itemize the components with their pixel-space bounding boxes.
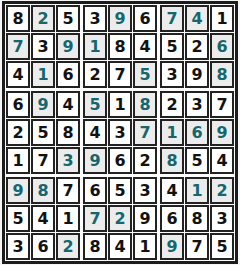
cell-r6c8[interactable]: 5 bbox=[185, 147, 209, 174]
cell-r4c9[interactable]: 7 bbox=[210, 91, 234, 118]
cell-r8c5[interactable]: 2 bbox=[108, 205, 132, 232]
cell-r3c9[interactable]: 8 bbox=[210, 61, 234, 88]
cell-r8c9[interactable]: 3 bbox=[210, 205, 234, 232]
cell-r4c1[interactable]: 6 bbox=[6, 91, 30, 118]
cell-r7c2[interactable]: 8 bbox=[31, 177, 55, 204]
sudoku-box-7: 987541362 bbox=[6, 177, 80, 260]
cell-r9c8[interactable]: 7 bbox=[185, 233, 209, 260]
cell-r4c5[interactable]: 1 bbox=[108, 91, 132, 118]
cell-r6c7[interactable]: 8 bbox=[160, 147, 184, 174]
cell-r7c6[interactable]: 3 bbox=[133, 177, 157, 204]
cell-r1c9[interactable]: 1 bbox=[210, 5, 234, 32]
cell-r9c3[interactable]: 2 bbox=[56, 233, 80, 260]
cell-r6c6[interactable]: 2 bbox=[133, 147, 157, 174]
cell-r2c7[interactable]: 5 bbox=[160, 33, 184, 60]
cell-r1c1[interactable]: 8 bbox=[6, 5, 30, 32]
cell-r1c7[interactable]: 7 bbox=[160, 5, 184, 32]
cell-r5c9[interactable]: 9 bbox=[210, 119, 234, 146]
cell-r2c5[interactable]: 8 bbox=[108, 33, 132, 60]
cell-r6c5[interactable]: 6 bbox=[108, 147, 132, 174]
cell-r4c3[interactable]: 4 bbox=[56, 91, 80, 118]
cell-r5c4[interactable]: 4 bbox=[83, 119, 107, 146]
cell-r4c6[interactable]: 8 bbox=[133, 91, 157, 118]
cell-r1c4[interactable]: 3 bbox=[83, 5, 107, 32]
cell-r3c4[interactable]: 2 bbox=[83, 61, 107, 88]
cell-r6c2[interactable]: 7 bbox=[31, 147, 55, 174]
cell-r4c7[interactable]: 2 bbox=[160, 91, 184, 118]
cell-r1c5[interactable]: 9 bbox=[108, 5, 132, 32]
cell-r7c8[interactable]: 1 bbox=[185, 177, 209, 204]
cell-r9c7[interactable]: 9 bbox=[160, 233, 184, 260]
cell-r8c7[interactable]: 6 bbox=[160, 205, 184, 232]
cell-r5c8[interactable]: 6 bbox=[185, 119, 209, 146]
cell-r1c3[interactable]: 5 bbox=[56, 5, 80, 32]
cell-r7c3[interactable]: 7 bbox=[56, 177, 80, 204]
cell-r5c6[interactable]: 7 bbox=[133, 119, 157, 146]
cell-r8c3[interactable]: 1 bbox=[56, 205, 80, 232]
cell-r1c2[interactable]: 2 bbox=[31, 5, 55, 32]
cell-r3c6[interactable]: 5 bbox=[133, 61, 157, 88]
cell-r7c5[interactable]: 5 bbox=[108, 177, 132, 204]
sudoku-box-6: 237169854 bbox=[160, 91, 234, 174]
cell-r3c8[interactable]: 9 bbox=[185, 61, 209, 88]
cell-r3c1[interactable]: 4 bbox=[6, 61, 30, 88]
cell-r2c8[interactable]: 2 bbox=[185, 33, 209, 60]
cell-r3c5[interactable]: 7 bbox=[108, 61, 132, 88]
cell-r6c1[interactable]: 1 bbox=[6, 147, 30, 174]
cell-r2c6[interactable]: 4 bbox=[133, 33, 157, 60]
cell-r1c8[interactable]: 4 bbox=[185, 5, 209, 32]
cell-r7c7[interactable]: 4 bbox=[160, 177, 184, 204]
cell-r2c3[interactable]: 9 bbox=[56, 33, 80, 60]
sudoku-box-4: 694258173 bbox=[6, 91, 80, 174]
cell-r3c7[interactable]: 3 bbox=[160, 61, 184, 88]
cell-r2c4[interactable]: 1 bbox=[83, 33, 107, 60]
cell-r5c1[interactable]: 2 bbox=[6, 119, 30, 146]
sudoku-box-8: 653729841 bbox=[83, 177, 157, 260]
cell-r3c2[interactable]: 1 bbox=[31, 61, 55, 88]
cell-r9c2[interactable]: 6 bbox=[31, 233, 55, 260]
cell-r5c2[interactable]: 5 bbox=[31, 119, 55, 146]
cell-r4c2[interactable]: 9 bbox=[31, 91, 55, 118]
cell-r2c2[interactable]: 3 bbox=[31, 33, 55, 60]
sudoku-box-1: 825739416 bbox=[6, 5, 80, 88]
cell-r7c9[interactable]: 2 bbox=[210, 177, 234, 204]
cell-r6c3[interactable]: 3 bbox=[56, 147, 80, 174]
cell-r8c2[interactable]: 4 bbox=[31, 205, 55, 232]
cell-r4c8[interactable]: 3 bbox=[185, 91, 209, 118]
sudoku-box-2: 396184275 bbox=[83, 5, 157, 88]
cell-r6c9[interactable]: 4 bbox=[210, 147, 234, 174]
cell-r5c5[interactable]: 3 bbox=[108, 119, 132, 146]
cell-r8c1[interactable]: 5 bbox=[6, 205, 30, 232]
cell-r7c4[interactable]: 6 bbox=[83, 177, 107, 204]
cell-r1c6[interactable]: 6 bbox=[133, 5, 157, 32]
sudoku-board: 8257394163961842757415263986942581735184… bbox=[2, 1, 238, 264]
cell-r3c3[interactable]: 6 bbox=[56, 61, 80, 88]
cell-r4c4[interactable]: 5 bbox=[83, 91, 107, 118]
sudoku-box-3: 741526398 bbox=[160, 5, 234, 88]
cell-r7c1[interactable]: 9 bbox=[6, 177, 30, 204]
cell-r8c4[interactable]: 7 bbox=[83, 205, 107, 232]
cell-r5c7[interactable]: 1 bbox=[160, 119, 184, 146]
cell-r9c6[interactable]: 1 bbox=[133, 233, 157, 260]
cell-r2c9[interactable]: 6 bbox=[210, 33, 234, 60]
cell-r9c5[interactable]: 4 bbox=[108, 233, 132, 260]
cell-r2c1[interactable]: 7 bbox=[6, 33, 30, 60]
sudoku-box-5: 518437962 bbox=[83, 91, 157, 174]
cell-r9c1[interactable]: 3 bbox=[6, 233, 30, 260]
cell-r8c8[interactable]: 8 bbox=[185, 205, 209, 232]
cell-r9c4[interactable]: 8 bbox=[83, 233, 107, 260]
cell-r6c4[interactable]: 9 bbox=[83, 147, 107, 174]
sudoku-box-9: 412683975 bbox=[160, 177, 234, 260]
cell-r5c3[interactable]: 8 bbox=[56, 119, 80, 146]
cell-r8c6[interactable]: 9 bbox=[133, 205, 157, 232]
cell-r9c9[interactable]: 5 bbox=[210, 233, 234, 260]
